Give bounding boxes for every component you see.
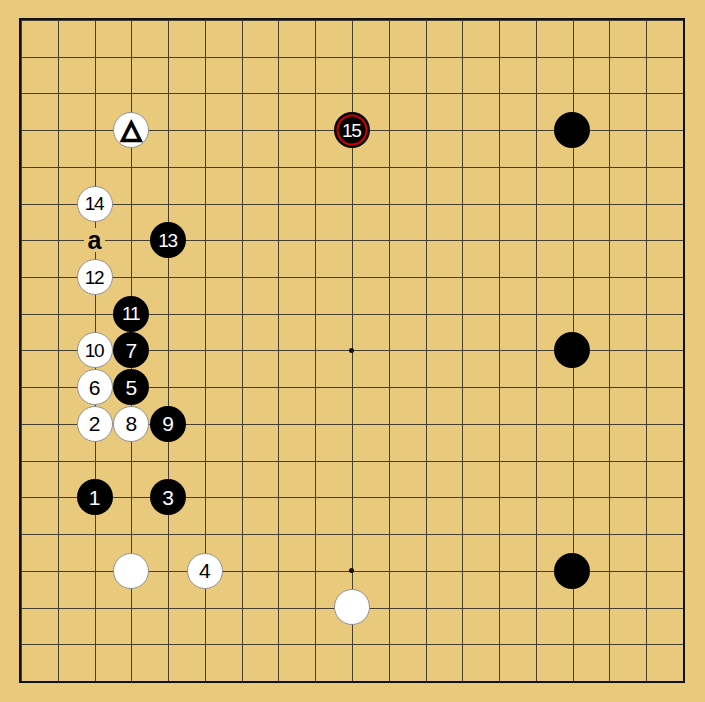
board-intersection: 5 [113, 369, 150, 406]
stone-black-move-9: 9 [150, 406, 186, 442]
board-points-layer: △151413121110765289134a [3, 2, 702, 700]
stone-white-move-12: 12 [77, 259, 113, 295]
board-intersection: a [76, 222, 113, 259]
stone-white-move-2: 2 [77, 406, 113, 442]
board-intersection: 8 [113, 406, 150, 443]
move-number: 13 [158, 231, 177, 250]
stone-black-move-3: 3 [150, 479, 186, 515]
move-number: 5 [125, 377, 137, 398]
move-number: 7 [125, 340, 137, 361]
board-intersection: 12 [76, 259, 113, 296]
board-intersection: 1 [76, 479, 113, 516]
stone-black-move-15: 15 [334, 112, 370, 148]
star-point [349, 568, 354, 573]
board-intersection [334, 552, 371, 589]
move-number: 1 [89, 487, 101, 508]
stone-white-d16: △ [113, 112, 149, 148]
stone-black-q4 [554, 553, 590, 589]
board-intersection: 3 [150, 479, 187, 516]
stone-black-move-11: 11 [113, 296, 149, 332]
move-number: 9 [162, 413, 174, 434]
board-intersection [334, 589, 371, 626]
board-intersection: 11 [113, 295, 150, 332]
move-number: 12 [85, 268, 104, 287]
move-number: 15 [342, 121, 361, 140]
stone-black-move-7: 7 [113, 332, 149, 368]
stone-black-move-1: 1 [77, 479, 113, 515]
move-number: 14 [85, 194, 104, 213]
stone-black-move-13: 13 [150, 222, 186, 258]
board-intersection: 9 [150, 406, 187, 443]
stone-black-q16 [554, 112, 590, 148]
stone-black-q10 [554, 332, 590, 368]
stone-white-move-4: 4 [187, 553, 223, 589]
move-number: 3 [162, 487, 174, 508]
stone-white-move-14: 14 [77, 186, 113, 222]
go-board[interactable]: △151413121110765289134a [0, 0, 705, 702]
stone-white-d4 [113, 553, 149, 589]
board-intersection: 14 [76, 185, 113, 222]
stone-white-move-6: 6 [77, 369, 113, 405]
board-intersection: 15 [334, 112, 371, 149]
stone-black-move-5: 5 [113, 369, 149, 405]
move-number: 6 [89, 377, 101, 398]
triangle-marker-icon: △ [121, 111, 141, 147]
star-point [349, 348, 354, 353]
stone-white-move-10: 10 [77, 332, 113, 368]
board-intersection [554, 112, 591, 149]
move-number: 2 [89, 413, 101, 434]
board-intersection: 4 [186, 552, 223, 589]
board-intersection [554, 552, 591, 589]
stone-white-k3 [334, 589, 370, 625]
stone-white-move-8: 8 [113, 406, 149, 442]
point-label-a: a [84, 228, 106, 252]
board-intersection: 10 [76, 332, 113, 369]
board-intersection [113, 552, 150, 589]
move-number: 11 [122, 304, 139, 323]
board-intersection: 13 [150, 222, 187, 259]
board-intersection: 6 [76, 369, 113, 406]
board-intersection [554, 332, 591, 369]
board-intersection [334, 332, 371, 369]
move-number: 10 [85, 341, 104, 360]
board-intersection: 7 [113, 332, 150, 369]
board-intersection: △ [113, 112, 150, 149]
move-number: 4 [199, 560, 211, 581]
move-number: 8 [125, 413, 137, 434]
board-intersection: 2 [76, 406, 113, 443]
